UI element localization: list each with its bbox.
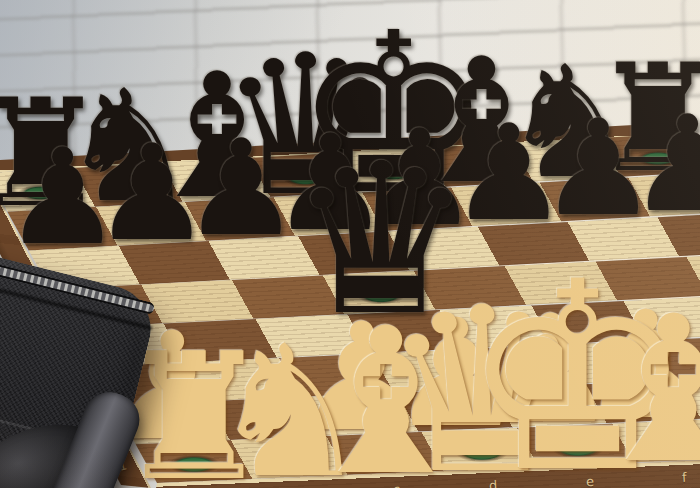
piece-black-pawn-h7[interactable]: ♟ [558,98,700,231]
piece-white-bishop-f1[interactable]: ♝ [543,290,700,488]
scene: abcdefgh12345678♜♞♝♛♚♝♞♜♟♟♟♟♟♟♟♟♛♟♟♟♟♟♜♞… [0,0,700,488]
